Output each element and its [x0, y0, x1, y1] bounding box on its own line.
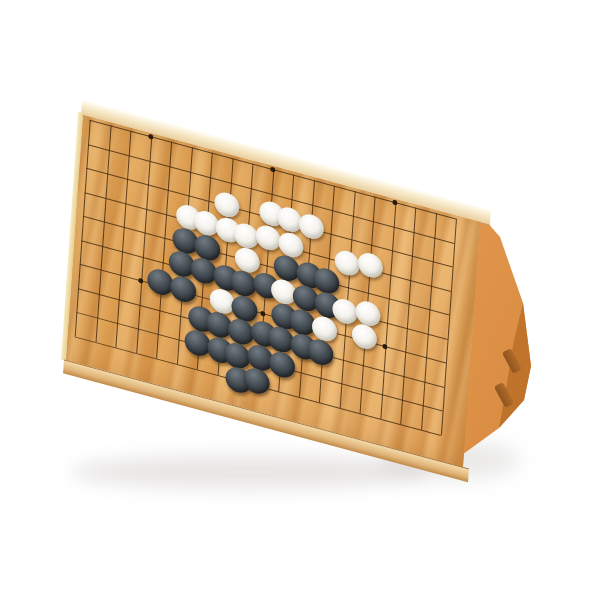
grid-line-vertical: [400, 208, 416, 424]
black-stone[interactable]: [268, 349, 296, 380]
star-point: [382, 343, 387, 349]
white-stone[interactable]: [276, 204, 302, 234]
front-half-wrap: [66, 115, 480, 467]
white-stone[interactable]: [357, 250, 383, 280]
star-point: [148, 133, 153, 139]
grid-line-vertical: [441, 219, 457, 435]
grid-line-vertical: [156, 142, 172, 358]
white-stone[interactable]: [334, 247, 360, 277]
grid-line-vertical: [95, 125, 111, 341]
grid-line-vertical: [380, 202, 396, 418]
black-stone[interactable]: [169, 273, 197, 304]
black-stone[interactable]: [313, 265, 341, 296]
star-point: [138, 277, 143, 283]
ground-shadow: [70, 455, 430, 489]
white-stone[interactable]: [298, 211, 324, 241]
white-stone[interactable]: [351, 321, 377, 351]
star-point: [270, 166, 275, 172]
grid-line-vertical: [115, 131, 131, 347]
white-stone[interactable]: [332, 296, 358, 326]
white-stone[interactable]: [214, 190, 240, 220]
go-board-face: [66, 115, 480, 467]
grid-line-vertical: [421, 213, 437, 429]
star-point: [260, 310, 265, 316]
white-stone[interactable]: [193, 207, 219, 237]
black-stone[interactable]: [307, 336, 335, 367]
grid-line-vertical: [136, 136, 152, 352]
scene: [0, 0, 600, 600]
white-stone[interactable]: [255, 222, 281, 252]
star-point: [392, 199, 397, 205]
